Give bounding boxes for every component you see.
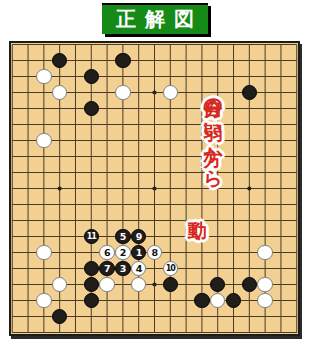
go-board: 1234567891011 [9, 41, 300, 336]
black-stone [115, 53, 131, 69]
move-number: 8 [151, 247, 157, 257]
white-stone [36, 69, 52, 85]
move-stone-6: 6 [99, 245, 115, 261]
white-stone [257, 293, 273, 309]
move-number: 7 [104, 263, 110, 273]
white-stone [36, 293, 52, 309]
white-stone [36, 133, 52, 149]
white-stone [36, 245, 52, 261]
white-stone [99, 277, 115, 293]
move-number: 11 [87, 232, 96, 240]
move-number: 3 [120, 263, 126, 273]
black-stone [194, 293, 210, 309]
title-banner: 正解図 [102, 3, 208, 34]
move-number: 4 [136, 263, 142, 273]
white-stone [115, 85, 131, 101]
move-stone-2: 2 [115, 245, 131, 261]
title-text: 正解図 [116, 7, 203, 31]
white-stone [257, 277, 273, 293]
page: 正解図 1234567891011 自分の弱い方から 動く [0, 0, 310, 348]
move-number: 5 [120, 231, 126, 241]
move-number: 6 [104, 247, 110, 257]
move-stone-7: 7 [99, 261, 115, 277]
move-number: 10 [166, 264, 175, 272]
move-number: 9 [136, 231, 142, 241]
annotation-text-line2: 動く [188, 206, 207, 232]
move-stone-3: 3 [115, 261, 131, 277]
move-stone-5: 5 [115, 229, 131, 245]
move-number: 2 [120, 247, 126, 257]
move-number: 1 [136, 247, 142, 257]
white-stone [257, 245, 273, 261]
annotation-text-line1: 自分の弱い方から [204, 84, 223, 179]
